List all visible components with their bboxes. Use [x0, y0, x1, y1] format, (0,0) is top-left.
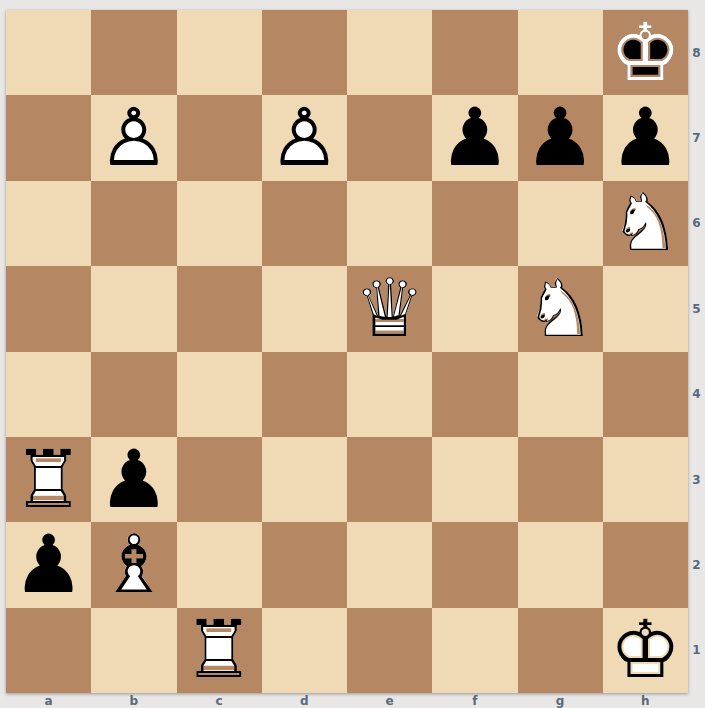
white-pawn-outline: ♙: [269, 98, 341, 178]
square-c2[interactable]: [177, 522, 262, 607]
square-a2[interactable]: ♟: [6, 522, 91, 607]
square-g3[interactable]: [518, 437, 603, 522]
square-b2[interactable]: ♝♗: [91, 522, 176, 607]
square-h6[interactable]: ♞♘: [603, 181, 688, 266]
file-label-a: a: [6, 693, 91, 708]
square-a1[interactable]: [6, 608, 91, 693]
square-g8[interactable]: [518, 10, 603, 95]
rank-label-8: 8: [688, 10, 705, 95]
square-h2[interactable]: [603, 522, 688, 607]
rank-label-3: 3: [688, 437, 705, 522]
square-e2[interactable]: [347, 522, 432, 607]
rank-label-4: 4: [688, 352, 705, 437]
square-f6[interactable]: [432, 181, 517, 266]
piece-white-pawn[interactable]: ♟♙: [91, 95, 176, 180]
piece-white-knight[interactable]: ♞♘: [603, 181, 688, 266]
square-a7[interactable]: [6, 95, 91, 180]
square-f1[interactable]: [432, 608, 517, 693]
file-label-c: c: [177, 693, 262, 708]
black-pawn-glyph: ♟: [439, 98, 511, 178]
square-c1[interactable]: ♜♖: [177, 608, 262, 693]
piece-white-queen[interactable]: ♛♕: [347, 266, 432, 351]
square-e5[interactable]: ♛♕: [347, 266, 432, 351]
square-e3[interactable]: [347, 437, 432, 522]
file-label-d: d: [262, 693, 347, 708]
piece-white-bishop[interactable]: ♝♗: [91, 522, 176, 607]
square-e8[interactable]: [347, 10, 432, 95]
square-d4[interactable]: [262, 352, 347, 437]
square-b4[interactable]: [91, 352, 176, 437]
square-d8[interactable]: [262, 10, 347, 95]
square-a6[interactable]: [6, 181, 91, 266]
file-label-f: f: [432, 693, 517, 708]
rank-label-6: 6: [688, 181, 705, 266]
square-e1[interactable]: [347, 608, 432, 693]
square-c8[interactable]: [177, 10, 262, 95]
piece-black-pawn[interactable]: ♟: [6, 522, 91, 607]
rank-label-7: 7: [688, 95, 705, 180]
square-d2[interactable]: [262, 522, 347, 607]
black-pawn-glyph: ♟: [98, 440, 170, 520]
piece-black-pawn[interactable]: ♟: [91, 437, 176, 522]
square-g4[interactable]: [518, 352, 603, 437]
piece-white-pawn[interactable]: ♟♙: [262, 95, 347, 180]
black-king-outline: ♔: [610, 13, 682, 93]
file-label-e: e: [347, 693, 432, 708]
square-h4[interactable]: [603, 352, 688, 437]
square-b6[interactable]: [91, 181, 176, 266]
square-a8[interactable]: [6, 10, 91, 95]
square-e4[interactable]: [347, 352, 432, 437]
square-d3[interactable]: [262, 437, 347, 522]
square-h1[interactable]: ♚♔: [603, 608, 688, 693]
square-h7[interactable]: ♟: [603, 95, 688, 180]
square-b3[interactable]: ♟: [91, 437, 176, 522]
rank-coordinates: 87654321: [688, 10, 705, 693]
square-c5[interactable]: [177, 266, 262, 351]
file-label-b: b: [91, 693, 176, 708]
white-pawn-outline: ♙: [98, 98, 170, 178]
square-f2[interactable]: [432, 522, 517, 607]
white-queen-outline: ♕: [354, 269, 426, 349]
square-a5[interactable]: [6, 266, 91, 351]
black-pawn-glyph: ♟: [13, 525, 85, 605]
piece-white-rook[interactable]: ♜♖: [6, 437, 91, 522]
square-b8[interactable]: [91, 10, 176, 95]
file-coordinates: abcdefgh: [6, 693, 688, 708]
square-g6[interactable]: [518, 181, 603, 266]
square-b7[interactable]: ♟♙: [91, 95, 176, 180]
file-label-g: g: [518, 693, 603, 708]
white-rook-outline: ♖: [13, 440, 85, 520]
square-c3[interactable]: [177, 437, 262, 522]
square-f3[interactable]: [432, 437, 517, 522]
square-h8[interactable]: ♚♔: [603, 10, 688, 95]
piece-black-pawn[interactable]: ♟: [518, 95, 603, 180]
piece-black-pawn[interactable]: ♟: [432, 95, 517, 180]
square-g2[interactable]: [518, 522, 603, 607]
white-knight-outline: ♘: [524, 269, 596, 349]
square-d6[interactable]: [262, 181, 347, 266]
piece-white-knight[interactable]: ♞♘: [518, 266, 603, 351]
square-f5[interactable]: [432, 266, 517, 351]
white-rook-outline: ♖: [183, 610, 255, 690]
square-a4[interactable]: [6, 352, 91, 437]
square-f8[interactable]: [432, 10, 517, 95]
square-e6[interactable]: [347, 181, 432, 266]
square-f4[interactable]: [432, 352, 517, 437]
square-e7[interactable]: [347, 95, 432, 180]
white-bishop-outline: ♗: [98, 525, 170, 605]
black-pawn-glyph: ♟: [610, 98, 682, 178]
square-g5[interactable]: ♞♘: [518, 266, 603, 351]
rank-label-5: 5: [688, 266, 705, 351]
square-g1[interactable]: [518, 608, 603, 693]
white-king-outline: ♔: [610, 610, 682, 690]
rank-label-1: 1: [688, 608, 705, 693]
file-label-h: h: [603, 693, 688, 708]
piece-black-pawn[interactable]: ♟: [603, 95, 688, 180]
square-g7[interactable]: ♟: [518, 95, 603, 180]
square-b5[interactable]: [91, 266, 176, 351]
piece-black-king[interactable]: ♚♔: [603, 10, 688, 95]
square-a3[interactable]: ♜♖: [6, 437, 91, 522]
black-pawn-glyph: ♟: [524, 98, 596, 178]
white-knight-outline: ♘: [610, 183, 682, 263]
square-d7[interactable]: ♟♙: [262, 95, 347, 180]
square-h3[interactable]: [603, 437, 688, 522]
square-d5[interactable]: [262, 266, 347, 351]
square-c4[interactable]: [177, 352, 262, 437]
square-d1[interactable]: [262, 608, 347, 693]
square-c7[interactable]: [177, 95, 262, 180]
square-h5[interactable]: [603, 266, 688, 351]
rank-label-2: 2: [688, 522, 705, 607]
chess-board[interactable]: ♚♔♟♙♟♙♟♟♟♞♘♛♕♞♘♜♖♟♟♝♗♜♖♚♔: [6, 10, 688, 693]
square-b1[interactable]: [91, 608, 176, 693]
piece-white-rook[interactable]: ♜♖: [177, 608, 262, 693]
square-f7[interactable]: ♟: [432, 95, 517, 180]
square-c6[interactable]: [177, 181, 262, 266]
piece-white-king[interactable]: ♚♔: [603, 608, 688, 693]
